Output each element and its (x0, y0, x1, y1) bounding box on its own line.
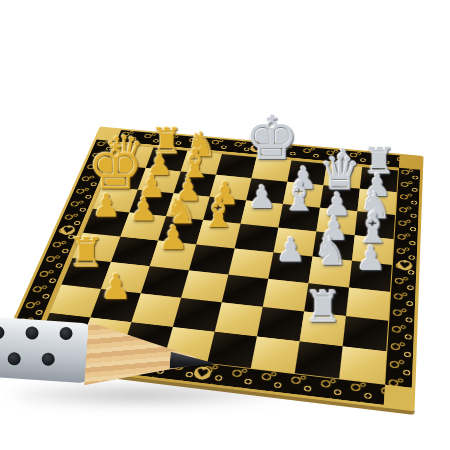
square-e3 (222, 275, 268, 307)
square-g1 (295, 341, 343, 378)
square-d3 (181, 270, 228, 302)
pencil-grip-dot (59, 326, 73, 340)
gold-pawn-c4: ♟ (123, 222, 223, 254)
pencil-grip-dot (0, 326, 5, 340)
pencil-grip-dot (25, 326, 39, 340)
pencil-grip-dot (41, 352, 55, 366)
miniature-chess-photo: ♥ ♥ ♥ ♥ ♜♞♚♟♜♛♟♝♟♛♟♚♟♟♟♟♝♟♞♟♟♞♝♟♝♟♟♞♟♜♟♜ (0, 0, 450, 450)
silver-rook-g2: ♜ (269, 286, 377, 327)
square-g2: ♜ (300, 311, 346, 346)
pencil-grip-dot (7, 352, 21, 366)
silver-pawn-h4: ♟ (320, 242, 422, 274)
square-h1 (339, 346, 386, 383)
pencil-barrel (0, 316, 94, 384)
gold-pawn-b2: ♟ (63, 270, 168, 303)
